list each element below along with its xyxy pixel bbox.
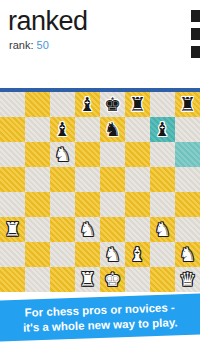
square-e8[interactable]: ♚ xyxy=(100,92,125,117)
square-b1[interactable] xyxy=(25,267,50,292)
menu-bar xyxy=(191,46,200,58)
square-g8[interactable] xyxy=(150,92,175,117)
square-a5[interactable] xyxy=(0,167,25,192)
square-c4[interactable] xyxy=(50,192,75,217)
square-b4[interactable] xyxy=(25,192,50,217)
piece-black-bishop[interactable]: ♝ xyxy=(75,92,100,117)
square-d5[interactable] xyxy=(75,167,100,192)
square-c7[interactable]: ♝ xyxy=(50,117,75,142)
square-h2[interactable]: ♞ xyxy=(175,242,200,267)
square-c5[interactable] xyxy=(50,167,75,192)
square-f5[interactable] xyxy=(125,167,150,192)
square-a1[interactable] xyxy=(0,267,25,292)
square-c1[interactable] xyxy=(50,267,75,292)
square-a8[interactable] xyxy=(0,92,25,117)
square-g2[interactable] xyxy=(150,242,175,267)
square-f1[interactable] xyxy=(125,267,150,292)
square-b3[interactable] xyxy=(25,217,50,242)
square-f7[interactable] xyxy=(125,117,150,142)
piece-black-rook[interactable]: ♜ xyxy=(125,92,150,117)
square-g6[interactable] xyxy=(150,142,175,167)
header: ranked rank: 50 xyxy=(0,0,200,88)
piece-white-knight[interactable]: ♞ xyxy=(75,217,100,242)
square-e1[interactable]: ♚ xyxy=(100,267,125,292)
square-c3[interactable] xyxy=(50,217,75,242)
square-e2[interactable]: ♞ xyxy=(100,242,125,267)
square-d8[interactable]: ♝ xyxy=(75,92,100,117)
piece-black-bishop[interactable]: ♝ xyxy=(50,117,75,142)
square-a4[interactable] xyxy=(0,192,25,217)
chess-board: ♝♚♜♜♝♞♝♞♜♞♞♞♝♞♜♚♛ xyxy=(0,92,200,292)
square-d1[interactable]: ♜ xyxy=(75,267,100,292)
square-a6[interactable] xyxy=(0,142,25,167)
square-d3[interactable]: ♞ xyxy=(75,217,100,242)
page-title: ranked xyxy=(8,6,88,37)
square-h1[interactable]: ♛ xyxy=(175,267,200,292)
square-g4[interactable] xyxy=(150,192,175,217)
square-g1[interactable] xyxy=(150,267,175,292)
piece-white-rook[interactable]: ♜ xyxy=(75,267,100,292)
square-h3[interactable] xyxy=(175,217,200,242)
square-e7[interactable]: ♞ xyxy=(100,117,125,142)
square-b5[interactable] xyxy=(25,167,50,192)
square-g3[interactable]: ♞ xyxy=(150,217,175,242)
piece-white-queen[interactable]: ♛ xyxy=(175,267,200,292)
piece-white-knight[interactable]: ♞ xyxy=(175,242,200,267)
square-a7[interactable] xyxy=(0,117,25,142)
square-f3[interactable] xyxy=(125,217,150,242)
square-f8[interactable]: ♜ xyxy=(125,92,150,117)
square-f4[interactable] xyxy=(125,192,150,217)
hamburger-menu-icon[interactable] xyxy=(191,10,200,64)
square-h7[interactable] xyxy=(175,117,200,142)
rank-label: rank: xyxy=(9,39,33,51)
square-g5[interactable] xyxy=(150,167,175,192)
piece-black-king[interactable]: ♚ xyxy=(100,92,125,117)
square-d2[interactable] xyxy=(75,242,100,267)
square-e3[interactable] xyxy=(100,217,125,242)
promo-banner[interactable]: For chess pros or novices - it's a whole… xyxy=(0,293,200,341)
piece-white-knight[interactable]: ♞ xyxy=(50,142,75,167)
piece-white-knight[interactable]: ♞ xyxy=(100,242,125,267)
menu-bar xyxy=(191,28,200,40)
square-b6[interactable] xyxy=(25,142,50,167)
square-h8[interactable]: ♜ xyxy=(175,92,200,117)
piece-black-knight[interactable]: ♞ xyxy=(100,117,125,142)
piece-white-rook[interactable]: ♜ xyxy=(0,217,25,242)
square-c8[interactable] xyxy=(50,92,75,117)
piece-black-bishop[interactable]: ♝ xyxy=(150,117,175,142)
rank-line: rank: 50 xyxy=(9,39,49,51)
menu-bar xyxy=(191,10,200,22)
square-h5[interactable] xyxy=(175,167,200,192)
square-a2[interactable] xyxy=(0,242,25,267)
square-a3[interactable]: ♜ xyxy=(0,217,25,242)
square-e6[interactable] xyxy=(100,142,125,167)
square-g7[interactable]: ♝ xyxy=(150,117,175,142)
piece-white-king[interactable]: ♚ xyxy=(100,267,125,292)
square-c2[interactable] xyxy=(50,242,75,267)
square-e5[interactable] xyxy=(100,167,125,192)
rank-value: 50 xyxy=(37,39,49,51)
square-d7[interactable] xyxy=(75,117,100,142)
square-d4[interactable] xyxy=(75,192,100,217)
square-b8[interactable] xyxy=(25,92,50,117)
piece-white-knight[interactable]: ♞ xyxy=(150,217,175,242)
piece-white-bishop[interactable]: ♝ xyxy=(125,242,150,267)
square-e4[interactable] xyxy=(100,192,125,217)
square-d6[interactable] xyxy=(75,142,100,167)
piece-black-rook[interactable]: ♜ xyxy=(175,92,200,117)
square-b7[interactable] xyxy=(25,117,50,142)
square-c6[interactable]: ♞ xyxy=(50,142,75,167)
square-h6[interactable] xyxy=(175,142,200,167)
square-f6[interactable] xyxy=(125,142,150,167)
square-b2[interactable] xyxy=(25,242,50,267)
square-f2[interactable]: ♝ xyxy=(125,242,150,267)
square-h4[interactable] xyxy=(175,192,200,217)
